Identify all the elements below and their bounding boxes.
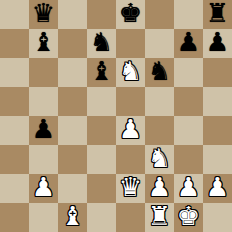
piece-bB-d6[interactable]: ♝: [90, 58, 113, 86]
square-h7[interactable]: ♟: [203, 29, 232, 58]
square-c7[interactable]: [58, 29, 87, 58]
square-d7[interactable]: ♞: [87, 29, 116, 58]
piece-bN-d7[interactable]: ♞: [90, 29, 113, 57]
square-c8[interactable]: [58, 0, 87, 29]
square-h1[interactable]: [203, 203, 232, 232]
piece-wN-e6[interactable]: ♞: [119, 58, 142, 86]
square-g2[interactable]: ♟: [174, 174, 203, 203]
piece-wQ-e2[interactable]: ♛: [119, 174, 142, 202]
square-e7[interactable]: [116, 29, 145, 58]
piece-bB-b7[interactable]: ♝: [32, 29, 55, 57]
square-h2[interactable]: ♟: [203, 174, 232, 203]
square-c4[interactable]: [58, 116, 87, 145]
square-c5[interactable]: [58, 87, 87, 116]
square-e3[interactable]: [116, 145, 145, 174]
square-e2[interactable]: ♛: [116, 174, 145, 203]
square-d5[interactable]: [87, 87, 116, 116]
square-a3[interactable]: [0, 145, 29, 174]
square-b5[interactable]: [29, 87, 58, 116]
square-d1[interactable]: [87, 203, 116, 232]
square-e5[interactable]: [116, 87, 145, 116]
square-b4[interactable]: ♟: [29, 116, 58, 145]
square-e8[interactable]: ♚: [116, 0, 145, 29]
square-c3[interactable]: [58, 145, 87, 174]
piece-wK-g1[interactable]: ♚: [177, 203, 200, 231]
piece-wP-e4[interactable]: ♟: [119, 116, 142, 144]
piece-wP-f2[interactable]: ♟: [148, 174, 171, 202]
piece-wP-g2[interactable]: ♟: [177, 174, 200, 202]
square-d4[interactable]: [87, 116, 116, 145]
square-h6[interactable]: [203, 58, 232, 87]
piece-bK-e8[interactable]: ♚: [119, 0, 142, 28]
piece-bN-f6[interactable]: ♞: [148, 58, 171, 86]
square-h5[interactable]: [203, 87, 232, 116]
square-g4[interactable]: [174, 116, 203, 145]
square-d3[interactable]: [87, 145, 116, 174]
piece-wP-b2[interactable]: ♟: [32, 174, 55, 202]
piece-bR-h8[interactable]: ♜: [206, 0, 229, 28]
piece-bP-g7[interactable]: ♟: [177, 29, 200, 57]
square-a4[interactable]: [0, 116, 29, 145]
square-a1[interactable]: [0, 203, 29, 232]
square-f4[interactable]: [145, 116, 174, 145]
square-b8[interactable]: ♛: [29, 0, 58, 29]
square-f3[interactable]: ♞: [145, 145, 174, 174]
square-d6[interactable]: ♝: [87, 58, 116, 87]
square-c1[interactable]: ♝: [58, 203, 87, 232]
square-b1[interactable]: [29, 203, 58, 232]
square-h3[interactable]: [203, 145, 232, 174]
square-a8[interactable]: [0, 0, 29, 29]
square-f5[interactable]: [145, 87, 174, 116]
square-g5[interactable]: [174, 87, 203, 116]
square-e4[interactable]: ♟: [116, 116, 145, 145]
square-b7[interactable]: ♝: [29, 29, 58, 58]
square-f7[interactable]: [145, 29, 174, 58]
piece-bQ-b8[interactable]: ♛: [32, 0, 55, 28]
square-g1[interactable]: ♚: [174, 203, 203, 232]
square-a7[interactable]: [0, 29, 29, 58]
piece-bP-h7[interactable]: ♟: [206, 29, 229, 57]
square-a5[interactable]: [0, 87, 29, 116]
square-e6[interactable]: ♞: [116, 58, 145, 87]
square-b6[interactable]: [29, 58, 58, 87]
piece-wR-f1[interactable]: ♜: [148, 203, 171, 231]
square-a2[interactable]: [0, 174, 29, 203]
square-h8[interactable]: ♜: [203, 0, 232, 29]
square-f2[interactable]: ♟: [145, 174, 174, 203]
square-h4[interactable]: [203, 116, 232, 145]
piece-wN-f3[interactable]: ♞: [148, 145, 171, 173]
piece-wB-c1[interactable]: ♝: [61, 203, 84, 231]
square-f1[interactable]: ♜: [145, 203, 174, 232]
square-c2[interactable]: [58, 174, 87, 203]
square-g3[interactable]: [174, 145, 203, 174]
square-c6[interactable]: [58, 58, 87, 87]
piece-wP-h2[interactable]: ♟: [206, 174, 229, 202]
square-g7[interactable]: ♟: [174, 29, 203, 58]
square-f8[interactable]: [145, 0, 174, 29]
square-b3[interactable]: [29, 145, 58, 174]
square-d8[interactable]: [87, 0, 116, 29]
square-g6[interactable]: [174, 58, 203, 87]
square-g8[interactable]: [174, 0, 203, 29]
square-b2[interactable]: ♟: [29, 174, 58, 203]
square-f6[interactable]: ♞: [145, 58, 174, 87]
piece-bP-b4[interactable]: ♟: [32, 116, 55, 144]
square-a6[interactable]: [0, 58, 29, 87]
chess-board: ♛♚♜♝♞♟♟♝♞♞♟♟♞♟♛♟♟♟♝♜♚: [0, 0, 232, 232]
square-e1[interactable]: [116, 203, 145, 232]
square-d2[interactable]: [87, 174, 116, 203]
